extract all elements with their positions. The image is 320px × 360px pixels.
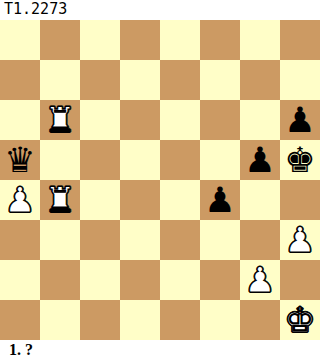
black-pawn-piece: ♟: [204, 180, 235, 220]
square-c8[interactable]: [80, 20, 120, 60]
square-a3[interactable]: [0, 220, 40, 260]
square-e6[interactable]: [160, 100, 200, 140]
black-pawn-piece: ♟: [284, 100, 315, 140]
square-f8[interactable]: [200, 20, 240, 60]
square-h1[interactable]: ♚: [280, 300, 320, 340]
square-c1[interactable]: [80, 300, 120, 340]
square-a4[interactable]: ♟: [0, 180, 40, 220]
white-pawn-piece: ♟: [284, 220, 315, 260]
square-g1[interactable]: [240, 300, 280, 340]
square-a8[interactable]: [0, 20, 40, 60]
chess-puzzle-window: T1.2273 ♜♟♛♟♚♟♜♟♟♟♚ 1. ?: [0, 0, 320, 360]
square-d6[interactable]: [120, 100, 160, 140]
square-c5[interactable]: [80, 140, 120, 180]
square-h4[interactable]: [280, 180, 320, 220]
square-b6[interactable]: ♜: [40, 100, 80, 140]
square-h8[interactable]: [280, 20, 320, 60]
square-b1[interactable]: [40, 300, 80, 340]
chess-board: ♜♟♛♟♚♟♜♟♟♟♚: [0, 20, 320, 340]
square-b2[interactable]: [40, 260, 80, 300]
square-f3[interactable]: [200, 220, 240, 260]
square-a6[interactable]: [0, 100, 40, 140]
square-f2[interactable]: [200, 260, 240, 300]
square-a7[interactable]: [0, 60, 40, 100]
white-rook-piece: ♜: [44, 180, 75, 220]
black-pawn-piece: ♟: [244, 140, 275, 180]
square-g3[interactable]: [240, 220, 280, 260]
black-queen-piece: ♛: [4, 140, 35, 180]
square-e3[interactable]: [160, 220, 200, 260]
square-c2[interactable]: [80, 260, 120, 300]
square-a5[interactable]: ♛: [0, 140, 40, 180]
square-a2[interactable]: [0, 260, 40, 300]
white-rook-piece: ♜: [44, 100, 75, 140]
square-d4[interactable]: [120, 180, 160, 220]
square-c7[interactable]: [80, 60, 120, 100]
square-h6[interactable]: ♟: [280, 100, 320, 140]
square-b8[interactable]: [40, 20, 80, 60]
square-g2[interactable]: ♟: [240, 260, 280, 300]
white-pawn-piece: ♟: [244, 260, 275, 300]
square-c3[interactable]: [80, 220, 120, 260]
square-b5[interactable]: [40, 140, 80, 180]
square-d3[interactable]: [120, 220, 160, 260]
square-f1[interactable]: [200, 300, 240, 340]
square-g7[interactable]: [240, 60, 280, 100]
square-g5[interactable]: ♟: [240, 140, 280, 180]
square-h7[interactable]: [280, 60, 320, 100]
square-d8[interactable]: [120, 20, 160, 60]
square-c4[interactable]: [80, 180, 120, 220]
puzzle-title: T1.2273: [0, 0, 320, 20]
square-g8[interactable]: [240, 20, 280, 60]
square-g6[interactable]: [240, 100, 280, 140]
square-g4[interactable]: [240, 180, 280, 220]
square-h3[interactable]: ♟: [280, 220, 320, 260]
move-prompt: 1. ?: [0, 340, 320, 360]
square-a1[interactable]: [0, 300, 40, 340]
square-d2[interactable]: [120, 260, 160, 300]
square-e4[interactable]: [160, 180, 200, 220]
square-f7[interactable]: [200, 60, 240, 100]
square-e1[interactable]: [160, 300, 200, 340]
square-b3[interactable]: [40, 220, 80, 260]
square-d5[interactable]: [120, 140, 160, 180]
square-d1[interactable]: [120, 300, 160, 340]
white-king-piece: ♚: [284, 300, 315, 340]
square-d7[interactable]: [120, 60, 160, 100]
square-f6[interactable]: [200, 100, 240, 140]
square-h2[interactable]: [280, 260, 320, 300]
white-pawn-piece: ♟: [4, 180, 35, 220]
black-king-piece: ♚: [284, 140, 315, 180]
square-e5[interactable]: [160, 140, 200, 180]
square-e7[interactable]: [160, 60, 200, 100]
square-f5[interactable]: [200, 140, 240, 180]
square-c6[interactable]: [80, 100, 120, 140]
square-h5[interactable]: ♚: [280, 140, 320, 180]
square-e8[interactable]: [160, 20, 200, 60]
square-b4[interactable]: ♜: [40, 180, 80, 220]
square-e2[interactable]: [160, 260, 200, 300]
square-b7[interactable]: [40, 60, 80, 100]
square-f4[interactable]: ♟: [200, 180, 240, 220]
